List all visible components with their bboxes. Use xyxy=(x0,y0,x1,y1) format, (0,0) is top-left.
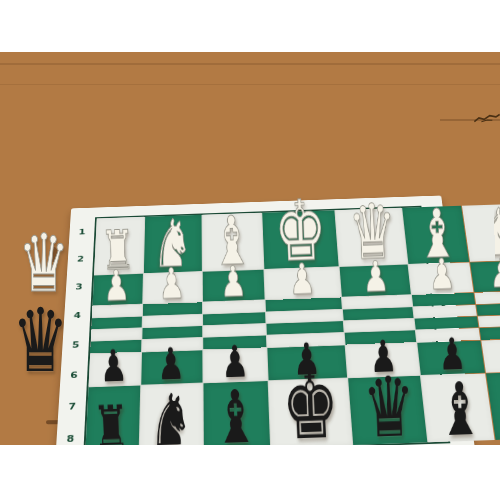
square-e2: ♟ xyxy=(264,267,341,299)
square-e7: ♟ xyxy=(267,345,347,380)
black-pawn-e7: ♟ xyxy=(293,340,322,378)
black-bishop-f8: ♝ xyxy=(212,385,260,449)
white-rook-h1: ♜ xyxy=(100,227,136,274)
rank-label-left-6: 6 xyxy=(63,360,84,391)
cardboard-crease-line xyxy=(0,63,500,65)
rank-label-left-7: 7 xyxy=(62,390,83,422)
square-g8: ♞ xyxy=(139,383,203,452)
square-b4 xyxy=(476,303,500,316)
square-b6 xyxy=(479,326,500,339)
square-h1: ♜ xyxy=(94,217,144,275)
square-b5 xyxy=(478,314,500,327)
square-d1: ♛ xyxy=(335,208,408,267)
square-d8: ♛ xyxy=(348,376,428,445)
black-pawn-f7: ♟ xyxy=(220,343,249,381)
rank-label-right-2: 2 xyxy=(426,233,447,261)
square-h7: ♟ xyxy=(89,352,141,386)
cardboard-crease-line xyxy=(0,84,500,85)
rank-label-right-1: 1 xyxy=(422,207,443,234)
rank-label-right-6: 6 xyxy=(440,346,463,377)
square-e1: ♚ xyxy=(262,210,339,269)
square-b3 xyxy=(474,291,500,304)
photo-margin-bottom xyxy=(0,445,500,500)
square-b2: ♟ xyxy=(470,261,500,293)
rank-label-right-5: 5 xyxy=(436,317,459,347)
square-e6 xyxy=(267,333,345,347)
square-h8: ♜ xyxy=(85,385,140,454)
white-king-e1: ♚ xyxy=(273,196,328,269)
cardboard-surface: ♛ ♛ 12345678 12345678 hgfedcba ♜♞♝♚♛♝♞♜♟… xyxy=(0,52,500,445)
square-d2: ♟ xyxy=(340,265,412,297)
rank-label-left-5: 5 xyxy=(65,330,85,360)
black-queen-d8: ♛ xyxy=(362,371,417,443)
rank-label-left-3: 3 xyxy=(69,273,89,302)
white-knight-b1: ♞ xyxy=(477,204,500,261)
black-king-e8: ♚ xyxy=(280,367,340,446)
black-pawn-g7: ♟ xyxy=(157,345,186,383)
white-bishop-f1: ♝ xyxy=(210,212,254,270)
rank-label-left-2: 2 xyxy=(71,245,91,273)
square-f7: ♟ xyxy=(204,348,268,382)
photo-margin-top xyxy=(0,0,500,52)
white-knight-g1: ♞ xyxy=(151,216,194,273)
rank-label-right-3: 3 xyxy=(429,260,451,289)
pen-scratch-mark xyxy=(472,110,500,125)
rank-label-left-1: 1 xyxy=(72,219,91,246)
square-f1: ♝ xyxy=(203,213,263,271)
square-h6 xyxy=(90,340,141,353)
square-h3 xyxy=(92,305,142,318)
rank-label-left-4: 4 xyxy=(67,301,87,331)
square-g2: ♟ xyxy=(143,272,202,304)
square-g1: ♞ xyxy=(144,215,202,273)
square-h2: ♟ xyxy=(93,274,143,306)
rank-label-right-7: 7 xyxy=(443,377,466,409)
board-tilt-wrapper: 12345678 12345678 hgfedcba ♜♞♝♚♛♝♞♜♟♟♟♟♟… xyxy=(42,119,477,479)
white-queen-d1: ♛ xyxy=(348,199,398,265)
black-knight-g8: ♞ xyxy=(147,389,194,451)
square-d7: ♟ xyxy=(346,343,421,378)
square-g7: ♟ xyxy=(141,350,203,384)
black-pawn-h7: ♟ xyxy=(99,347,128,385)
square-e8: ♚ xyxy=(268,378,352,448)
square-h5 xyxy=(91,328,142,341)
square-e5 xyxy=(266,321,344,335)
board-grid: ♜♞♝♚♛♝♞♜♟♟♟♟♟♟♟♟♟♟♟♟♟♟♟♟♜♞♝♚♛♝♞♜ xyxy=(83,206,450,456)
square-f2: ♟ xyxy=(203,270,264,302)
square-h4 xyxy=(91,316,141,329)
chess-mat: 12345678 12345678 hgfedcba ♜♞♝♚♛♝♞♜♟♟♟♟♟… xyxy=(54,196,477,479)
square-f8: ♝ xyxy=(204,381,270,450)
rank-label-right-8: 8 xyxy=(447,408,471,441)
black-pawn-d7: ♟ xyxy=(369,337,398,375)
rank-label-right-4: 4 xyxy=(432,288,454,317)
